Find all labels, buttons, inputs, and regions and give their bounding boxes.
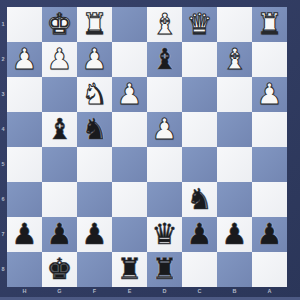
piece-white-pawn[interactable]: ♟ bbox=[112, 77, 147, 112]
square-e8[interactable]: ♜ bbox=[112, 252, 147, 287]
piece-white-rook[interactable]: ♜ bbox=[252, 7, 287, 42]
square-f5[interactable] bbox=[77, 147, 112, 182]
square-e6[interactable] bbox=[112, 182, 147, 217]
piece-white-bishop[interactable]: ♝ bbox=[217, 42, 252, 77]
square-d6[interactable] bbox=[147, 182, 182, 217]
piece-white-pawn[interactable]: ♟ bbox=[252, 77, 287, 112]
square-c4[interactable] bbox=[182, 112, 217, 147]
square-c5[interactable] bbox=[182, 147, 217, 182]
rank-label-7: 7 bbox=[0, 217, 6, 252]
square-f3[interactable]: ♞ bbox=[77, 77, 112, 112]
file-label-f: F bbox=[77, 288, 112, 294]
square-h5[interactable] bbox=[7, 147, 42, 182]
piece-black-pawn[interactable]: ♟ bbox=[42, 217, 77, 252]
rank-label-1: 1 bbox=[0, 7, 6, 42]
square-h8[interactable] bbox=[7, 252, 42, 287]
piece-black-knight[interactable]: ♞ bbox=[182, 182, 217, 217]
square-a8[interactable] bbox=[252, 252, 287, 287]
square-d7[interactable]: ♛ bbox=[147, 217, 182, 252]
square-c1[interactable]: ♛ bbox=[182, 7, 217, 42]
piece-black-pawn[interactable]: ♟ bbox=[182, 217, 217, 252]
piece-black-bishop[interactable]: ♝ bbox=[147, 42, 182, 77]
square-a1[interactable]: ♜ bbox=[252, 7, 287, 42]
square-e5[interactable] bbox=[112, 147, 147, 182]
square-g3[interactable] bbox=[42, 77, 77, 112]
square-d4[interactable]: ♟ bbox=[147, 112, 182, 147]
square-a7[interactable]: ♟ bbox=[252, 217, 287, 252]
square-g8[interactable]: ♚ bbox=[42, 252, 77, 287]
square-b3[interactable] bbox=[217, 77, 252, 112]
piece-black-rook[interactable]: ♜ bbox=[112, 252, 147, 287]
rank-label-6: 6 bbox=[0, 182, 6, 217]
square-b6[interactable] bbox=[217, 182, 252, 217]
square-d1[interactable]: ♝ bbox=[147, 7, 182, 42]
square-a2[interactable] bbox=[252, 42, 287, 77]
square-c8[interactable] bbox=[182, 252, 217, 287]
piece-black-knight[interactable]: ♞ bbox=[77, 112, 112, 147]
square-h4[interactable] bbox=[7, 112, 42, 147]
chess-board: ♚♜♝♛♜♟♟♟♝♝♞♟♟♝♞♟♞♟♟♟♛♟♟♟♚♜♜ bbox=[7, 7, 287, 287]
square-g4[interactable]: ♝ bbox=[42, 112, 77, 147]
square-e1[interactable] bbox=[112, 7, 147, 42]
square-a6[interactable] bbox=[252, 182, 287, 217]
square-d2[interactable]: ♝ bbox=[147, 42, 182, 77]
square-b2[interactable]: ♝ bbox=[217, 42, 252, 77]
square-d8[interactable]: ♜ bbox=[147, 252, 182, 287]
square-c6[interactable]: ♞ bbox=[182, 182, 217, 217]
piece-white-king[interactable]: ♚ bbox=[42, 7, 77, 42]
square-g5[interactable] bbox=[42, 147, 77, 182]
piece-black-pawn[interactable]: ♟ bbox=[77, 217, 112, 252]
square-b5[interactable] bbox=[217, 147, 252, 182]
square-a4[interactable] bbox=[252, 112, 287, 147]
square-f7[interactable]: ♟ bbox=[77, 217, 112, 252]
piece-black-pawn[interactable]: ♟ bbox=[217, 217, 252, 252]
square-b4[interactable] bbox=[217, 112, 252, 147]
square-d3[interactable] bbox=[147, 77, 182, 112]
square-g2[interactable]: ♟ bbox=[42, 42, 77, 77]
file-label-h: H bbox=[7, 288, 42, 294]
square-h1[interactable] bbox=[7, 7, 42, 42]
piece-white-rook[interactable]: ♜ bbox=[77, 7, 112, 42]
square-b7[interactable]: ♟ bbox=[217, 217, 252, 252]
square-f2[interactable]: ♟ bbox=[77, 42, 112, 77]
piece-black-rook[interactable]: ♜ bbox=[147, 252, 182, 287]
square-h2[interactable]: ♟ bbox=[7, 42, 42, 77]
square-f8[interactable] bbox=[77, 252, 112, 287]
square-c2[interactable] bbox=[182, 42, 217, 77]
piece-black-king[interactable]: ♚ bbox=[42, 252, 77, 287]
square-a5[interactable] bbox=[252, 147, 287, 182]
file-label-b: B bbox=[217, 288, 252, 294]
rank-label-4: 4 bbox=[0, 112, 6, 147]
piece-white-pawn[interactable]: ♟ bbox=[147, 112, 182, 147]
square-d5[interactable] bbox=[147, 147, 182, 182]
piece-white-pawn[interactable]: ♟ bbox=[7, 42, 42, 77]
square-h3[interactable] bbox=[7, 77, 42, 112]
piece-white-pawn[interactable]: ♟ bbox=[77, 42, 112, 77]
piece-white-pawn[interactable]: ♟ bbox=[42, 42, 77, 77]
square-h6[interactable] bbox=[7, 182, 42, 217]
square-f6[interactable] bbox=[77, 182, 112, 217]
square-c7[interactable]: ♟ bbox=[182, 217, 217, 252]
rank-label-2: 2 bbox=[0, 42, 6, 77]
square-b1[interactable] bbox=[217, 7, 252, 42]
rank-label-3: 3 bbox=[0, 77, 6, 112]
piece-black-pawn[interactable]: ♟ bbox=[252, 217, 287, 252]
square-g6[interactable] bbox=[42, 182, 77, 217]
board-frame: ♚♜♝♛♜♟♟♟♝♝♞♟♟♝♞♟♞♟♟♟♛♟♟♟♚♜♜ 12345678 HGF… bbox=[0, 0, 300, 300]
piece-white-bishop[interactable]: ♝ bbox=[147, 7, 182, 42]
square-e4[interactable] bbox=[112, 112, 147, 147]
file-label-g: G bbox=[42, 288, 77, 294]
piece-black-queen[interactable]: ♛ bbox=[147, 217, 182, 252]
file-label-d: D bbox=[147, 288, 182, 294]
square-e2[interactable] bbox=[112, 42, 147, 77]
square-f4[interactable]: ♞ bbox=[77, 112, 112, 147]
rank-label-5: 5 bbox=[0, 147, 6, 182]
square-b8[interactable] bbox=[217, 252, 252, 287]
square-f1[interactable]: ♜ bbox=[77, 7, 112, 42]
file-label-c: C bbox=[182, 288, 217, 294]
square-g7[interactable]: ♟ bbox=[42, 217, 77, 252]
square-h7[interactable]: ♟ bbox=[7, 217, 42, 252]
square-e7[interactable] bbox=[112, 217, 147, 252]
rank-label-8: 8 bbox=[0, 252, 6, 287]
file-label-a: A bbox=[252, 288, 287, 294]
square-a3[interactable]: ♟ bbox=[252, 77, 287, 112]
file-label-e: E bbox=[112, 288, 147, 294]
square-g1[interactable]: ♚ bbox=[42, 7, 77, 42]
square-c3[interactable] bbox=[182, 77, 217, 112]
piece-black-pawn[interactable]: ♟ bbox=[7, 217, 42, 252]
piece-white-knight[interactable]: ♞ bbox=[77, 77, 112, 112]
square-e3[interactable]: ♟ bbox=[112, 77, 147, 112]
piece-black-bishop[interactable]: ♝ bbox=[42, 112, 77, 147]
piece-white-queen[interactable]: ♛ bbox=[182, 7, 217, 42]
